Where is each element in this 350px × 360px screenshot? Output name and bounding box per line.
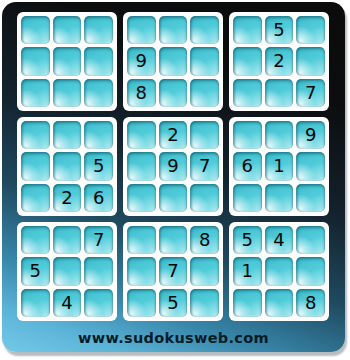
sudoku-cell-r3c4[interactable]: 8 — [127, 79, 156, 107]
board-frame: 985275262979617548755418 www.sudokusweb.… — [2, 2, 345, 352]
sudoku-cell-r5c1[interactable] — [21, 152, 50, 180]
sudoku-cell-r3c1[interactable] — [21, 79, 50, 107]
sudoku-cell-r2c1[interactable] — [21, 47, 50, 75]
sudoku-cell-r3c5[interactable] — [159, 79, 188, 107]
sudoku-cell-r3c9[interactable]: 7 — [296, 79, 325, 107]
sudoku-cell-r1c4[interactable] — [127, 16, 156, 44]
sudoku-cell-r9c7[interactable] — [233, 289, 262, 317]
sudoku-cell-r1c7[interactable] — [233, 16, 262, 44]
sudoku-box: 754 — [17, 222, 117, 321]
sudoku-cell-r5c4[interactable] — [127, 152, 156, 180]
sudoku-cell-r6c6[interactable] — [190, 184, 219, 212]
sudoku-cell-r2c5[interactable] — [159, 47, 188, 75]
sudoku-cell-r8c3[interactable] — [84, 257, 113, 285]
sudoku-cell-r4c4[interactable] — [127, 121, 156, 149]
sudoku-box: 526 — [17, 117, 117, 216]
sudoku-cell-r6c8[interactable] — [265, 184, 294, 212]
sudoku-cell-r4c3[interactable] — [84, 121, 113, 149]
sudoku-cell-r2c2[interactable] — [53, 47, 82, 75]
sudoku-cell-r6c7[interactable] — [233, 184, 262, 212]
sudoku-cell-r6c1[interactable] — [21, 184, 50, 212]
sudoku-cell-r4c7[interactable] — [233, 121, 262, 149]
sudoku-cell-r8c4[interactable] — [127, 257, 156, 285]
sudoku-cell-r3c2[interactable] — [53, 79, 82, 107]
sudoku-cell-r4c5[interactable]: 2 — [159, 121, 188, 149]
sudoku-cell-r9c2[interactable]: 4 — [53, 289, 82, 317]
sudoku-cell-r3c7[interactable] — [233, 79, 262, 107]
sudoku-cell-r1c5[interactable] — [159, 16, 188, 44]
sudoku-cell-r5c6[interactable]: 7 — [190, 152, 219, 180]
sudoku-cell-r5c3[interactable]: 5 — [84, 152, 113, 180]
sudoku-cell-r9c6[interactable] — [190, 289, 219, 317]
sudoku-cell-r7c8[interactable]: 4 — [265, 226, 294, 254]
sudoku-cell-r6c5[interactable] — [159, 184, 188, 212]
sudoku-cell-r2c4[interactable]: 9 — [127, 47, 156, 75]
sudoku-cell-r5c5[interactable]: 9 — [159, 152, 188, 180]
sudoku-cell-r9c3[interactable] — [84, 289, 113, 317]
sudoku-cell-r7c9[interactable] — [296, 226, 325, 254]
sudoku-cell-r3c6[interactable] — [190, 79, 219, 107]
sudoku-cell-r2c8[interactable]: 2 — [265, 47, 294, 75]
sudoku-cell-r8c8[interactable] — [265, 257, 294, 285]
sudoku-cell-r9c9[interactable]: 8 — [296, 289, 325, 317]
sudoku-cell-r4c6[interactable] — [190, 121, 219, 149]
sudoku-cell-r2c9[interactable] — [296, 47, 325, 75]
sudoku-cell-r8c9[interactable] — [296, 257, 325, 285]
sudoku-cell-r8c5[interactable]: 7 — [159, 257, 188, 285]
sudoku-cell-r1c2[interactable] — [53, 16, 82, 44]
sudoku-cell-r6c9[interactable] — [296, 184, 325, 212]
sudoku-box: 961 — [229, 117, 329, 216]
sudoku-cell-r7c6[interactable]: 8 — [190, 226, 219, 254]
sudoku-cell-r5c9[interactable] — [296, 152, 325, 180]
sudoku-cell-r7c1[interactable] — [21, 226, 50, 254]
sudoku-board: 985275262979617548755418 — [17, 12, 329, 321]
sudoku-cell-r2c3[interactable] — [84, 47, 113, 75]
sudoku-cell-r1c3[interactable] — [84, 16, 113, 44]
sudoku-cell-r9c5[interactable]: 5 — [159, 289, 188, 317]
sudoku-cell-r3c8[interactable] — [265, 79, 294, 107]
sudoku-cell-r9c8[interactable] — [265, 289, 294, 317]
sudoku-cell-r5c8[interactable]: 1 — [265, 152, 294, 180]
sudoku-cell-r3c3[interactable] — [84, 79, 113, 107]
sudoku-box — [17, 12, 117, 111]
sudoku-cell-r1c9[interactable] — [296, 16, 325, 44]
sudoku-cell-r4c1[interactable] — [21, 121, 50, 149]
sudoku-cell-r6c2[interactable]: 2 — [53, 184, 82, 212]
site-url[interactable]: www.sudokusweb.com — [2, 330, 345, 346]
sudoku-cell-r5c7[interactable]: 6 — [233, 152, 262, 180]
sudoku-cell-r2c6[interactable] — [190, 47, 219, 75]
sudoku-cell-r8c7[interactable]: 1 — [233, 257, 262, 285]
sudoku-cell-r6c4[interactable] — [127, 184, 156, 212]
sudoku-cell-r7c3[interactable]: 7 — [84, 226, 113, 254]
sudoku-cell-r2c7[interactable] — [233, 47, 262, 75]
sudoku-cell-r4c2[interactable] — [53, 121, 82, 149]
sudoku-cell-r1c1[interactable] — [21, 16, 50, 44]
sudoku-box: 875 — [123, 222, 223, 321]
sudoku-cell-r5c2[interactable] — [53, 152, 82, 180]
sudoku-cell-r7c5[interactable] — [159, 226, 188, 254]
sudoku-cell-r6c3[interactable]: 6 — [84, 184, 113, 212]
sudoku-box: 527 — [229, 12, 329, 111]
sudoku-cell-r1c8[interactable]: 5 — [265, 16, 294, 44]
sudoku-cell-r8c6[interactable] — [190, 257, 219, 285]
sudoku-cell-r9c1[interactable] — [21, 289, 50, 317]
sudoku-cell-r8c2[interactable] — [53, 257, 82, 285]
sudoku-box: 297 — [123, 117, 223, 216]
sudoku-page: 985275262979617548755418 www.sudokusweb.… — [0, 0, 350, 360]
sudoku-cell-r4c8[interactable] — [265, 121, 294, 149]
sudoku-cell-r8c1[interactable]: 5 — [21, 257, 50, 285]
sudoku-box: 98 — [123, 12, 223, 111]
sudoku-cell-r7c2[interactable] — [53, 226, 82, 254]
sudoku-cell-r4c9[interactable]: 9 — [296, 121, 325, 149]
sudoku-cell-r7c7[interactable]: 5 — [233, 226, 262, 254]
sudoku-cell-r1c6[interactable] — [190, 16, 219, 44]
sudoku-box: 5418 — [229, 222, 329, 321]
sudoku-cell-r7c4[interactable] — [127, 226, 156, 254]
sudoku-cell-r9c4[interactable] — [127, 289, 156, 317]
